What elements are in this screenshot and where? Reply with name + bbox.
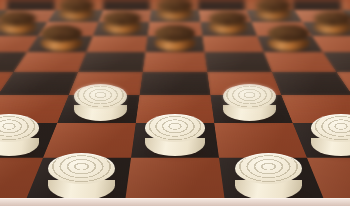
brown-piece[interactable]	[209, 11, 247, 35]
piece-top	[145, 114, 205, 142]
brown-piece[interactable]	[155, 25, 196, 50]
brown-piece[interactable]	[157, 0, 192, 20]
brown-piece[interactable]	[0, 11, 36, 35]
checkers-board-photo: Checkers (English draughts) board photog…	[0, 0, 350, 206]
board-square-light	[202, 36, 263, 52]
white-piece[interactable]	[48, 153, 115, 200]
board-front-edge	[0, 198, 350, 206]
piece-top	[314, 11, 350, 27]
piece-top	[41, 25, 82, 42]
brown-piece[interactable]	[256, 0, 291, 20]
brown-piece[interactable]	[41, 25, 82, 50]
piece-top	[157, 0, 192, 13]
piece-top	[223, 84, 277, 109]
white-piece[interactable]	[74, 84, 128, 122]
brown-piece[interactable]	[314, 11, 350, 35]
board-square-dark[interactable]	[205, 52, 272, 71]
brown-piece[interactable]	[268, 25, 309, 50]
board-square-dark[interactable]	[0, 72, 78, 95]
board-square-light	[14, 52, 86, 71]
white-piece[interactable]	[0, 114, 39, 156]
board-square-light	[125, 158, 225, 202]
board-square-light	[143, 52, 208, 71]
piece-top	[74, 84, 128, 109]
brown-piece[interactable]	[59, 0, 94, 20]
board-square-dark[interactable]	[78, 52, 145, 71]
board-square-light	[86, 36, 147, 52]
white-piece[interactable]	[145, 114, 205, 156]
white-piece[interactable]	[235, 153, 302, 200]
brown-piece[interactable]	[103, 11, 141, 35]
board-square-dark[interactable]	[140, 72, 211, 95]
white-piece[interactable]	[311, 114, 350, 156]
white-piece[interactable]	[223, 84, 277, 122]
